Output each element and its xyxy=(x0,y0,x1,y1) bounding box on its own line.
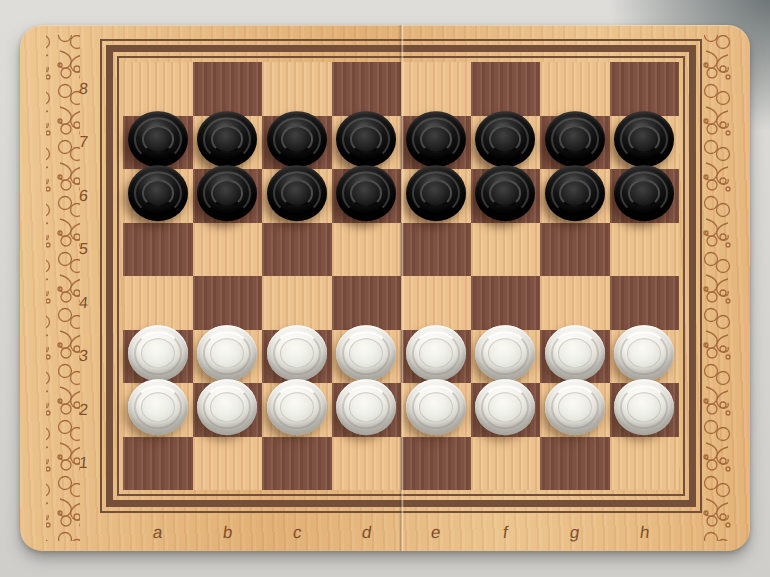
file-label-f: f xyxy=(501,523,509,543)
square-f8[interactable] xyxy=(471,62,541,116)
square-d2[interactable] xyxy=(332,383,402,437)
square-e3[interactable] xyxy=(401,330,471,384)
square-d5[interactable] xyxy=(332,223,402,277)
piece-black-d7[interactable] xyxy=(336,111,396,167)
square-h2[interactable] xyxy=(610,383,680,437)
square-c4[interactable] xyxy=(262,276,332,330)
piece-black-a6[interactable] xyxy=(128,165,188,221)
piece-white-c3[interactable] xyxy=(267,325,327,381)
square-c6[interactable] xyxy=(262,169,332,223)
square-b6[interactable] xyxy=(193,169,263,223)
square-h6[interactable] xyxy=(610,169,680,223)
square-g2[interactable] xyxy=(540,383,610,437)
square-b8[interactable] xyxy=(193,62,263,116)
piece-black-g7[interactable] xyxy=(545,111,605,167)
piece-white-a2[interactable] xyxy=(128,379,188,435)
square-b1[interactable] xyxy=(193,437,263,491)
piece-black-g6[interactable] xyxy=(545,165,605,221)
square-f5[interactable] xyxy=(471,223,541,277)
file-label-d: d xyxy=(360,523,372,543)
board-frame xyxy=(100,39,702,513)
square-g6[interactable] xyxy=(540,169,610,223)
square-a6[interactable] xyxy=(123,169,193,223)
piece-black-b7[interactable] xyxy=(197,111,257,167)
checkers-board: 87654321 abcdefgh xyxy=(20,25,750,551)
file-label-e: e xyxy=(430,523,442,543)
piece-black-e7[interactable] xyxy=(406,111,466,167)
file-label-a: a xyxy=(152,523,164,543)
square-e4[interactable] xyxy=(401,276,471,330)
square-d3[interactable] xyxy=(332,330,402,384)
photo-scene: 87654321 abcdefgh xyxy=(0,0,770,577)
square-c1[interactable] xyxy=(262,437,332,491)
square-b4[interactable] xyxy=(193,276,263,330)
rank-label-4: 4 xyxy=(78,294,93,312)
piece-white-h3[interactable] xyxy=(614,325,674,381)
piece-white-d2[interactable] xyxy=(336,379,396,435)
piece-black-f6[interactable] xyxy=(475,165,535,221)
piece-black-a7[interactable] xyxy=(128,111,188,167)
square-d6[interactable] xyxy=(332,169,402,223)
square-a2[interactable] xyxy=(123,383,193,437)
rank-label-6: 6 xyxy=(78,187,93,205)
file-label-c: c xyxy=(291,523,302,543)
square-e2[interactable] xyxy=(401,383,471,437)
square-f6[interactable] xyxy=(471,169,541,223)
square-a4[interactable] xyxy=(123,276,193,330)
square-a7[interactable] xyxy=(123,116,193,170)
piece-white-f3[interactable] xyxy=(475,325,535,381)
board-grid xyxy=(123,62,679,490)
square-e5[interactable] xyxy=(401,223,471,277)
square-b3[interactable] xyxy=(193,330,263,384)
square-h8[interactable] xyxy=(610,62,680,116)
piece-black-h7[interactable] xyxy=(614,111,674,167)
piece-black-c7[interactable] xyxy=(267,111,327,167)
piece-white-a3[interactable] xyxy=(128,325,188,381)
square-g3[interactable] xyxy=(540,330,610,384)
square-h3[interactable] xyxy=(610,330,680,384)
square-h4[interactable] xyxy=(610,276,680,330)
square-c2[interactable] xyxy=(262,383,332,437)
rank-label-8: 8 xyxy=(78,80,93,98)
file-label-g: g xyxy=(569,523,581,543)
piece-white-e3[interactable] xyxy=(406,325,466,381)
square-f2[interactable] xyxy=(471,383,541,437)
square-e7[interactable] xyxy=(401,116,471,170)
square-f3[interactable] xyxy=(471,330,541,384)
square-c5[interactable] xyxy=(262,223,332,277)
square-f7[interactable] xyxy=(471,116,541,170)
rank-label-2: 2 xyxy=(78,401,93,419)
square-e1[interactable] xyxy=(401,437,471,491)
square-g5[interactable] xyxy=(540,223,610,277)
piece-white-d3[interactable] xyxy=(336,325,396,381)
file-label-b: b xyxy=(221,523,233,543)
square-f1[interactable] xyxy=(471,437,541,491)
square-d4[interactable] xyxy=(332,276,402,330)
square-d8[interactable] xyxy=(332,62,402,116)
square-d1[interactable] xyxy=(332,437,402,491)
piece-black-c6[interactable] xyxy=(267,165,327,221)
square-h1[interactable] xyxy=(610,437,680,491)
square-b5[interactable] xyxy=(193,223,263,277)
piece-white-c2[interactable] xyxy=(267,379,327,435)
rank-label-7: 7 xyxy=(78,133,93,151)
rank-label-5: 5 xyxy=(78,240,93,258)
piece-black-d6[interactable] xyxy=(336,165,396,221)
piece-black-e6[interactable] xyxy=(406,165,466,221)
piece-black-h6[interactable] xyxy=(614,165,674,221)
square-g7[interactable] xyxy=(540,116,610,170)
piece-white-h2[interactable] xyxy=(614,379,674,435)
square-c3[interactable] xyxy=(262,330,332,384)
piece-white-g3[interactable] xyxy=(545,325,605,381)
square-a1[interactable] xyxy=(123,437,193,491)
piece-white-b2[interactable] xyxy=(197,379,257,435)
file-label-h: h xyxy=(638,523,650,543)
square-e6[interactable] xyxy=(401,169,471,223)
square-c8[interactable] xyxy=(262,62,332,116)
square-b7[interactable] xyxy=(193,116,263,170)
square-g1[interactable] xyxy=(540,437,610,491)
square-g4[interactable] xyxy=(540,276,610,330)
file-labels: abcdefgh xyxy=(123,519,679,547)
frame-thick-band xyxy=(106,45,696,507)
square-e8[interactable] xyxy=(401,62,471,116)
square-f4[interactable] xyxy=(471,276,541,330)
square-c7[interactable] xyxy=(262,116,332,170)
square-a8[interactable] xyxy=(123,62,193,116)
piece-white-g2[interactable] xyxy=(545,379,605,435)
piece-white-b3[interactable] xyxy=(197,325,257,381)
piece-black-b6[interactable] xyxy=(197,165,257,221)
rank-labels: 87654321 xyxy=(20,62,92,490)
square-b2[interactable] xyxy=(193,383,263,437)
rank-label-3: 3 xyxy=(78,347,93,365)
square-h7[interactable] xyxy=(610,116,680,170)
right-ornament-strip xyxy=(698,35,732,541)
square-d7[interactable] xyxy=(332,116,402,170)
rank-label-1: 1 xyxy=(78,454,93,472)
square-a5[interactable] xyxy=(123,223,193,277)
piece-white-f2[interactable] xyxy=(475,379,535,435)
frame-inner-line xyxy=(117,56,685,496)
square-h5[interactable] xyxy=(610,223,680,277)
piece-black-f7[interactable] xyxy=(475,111,535,167)
square-a3[interactable] xyxy=(123,330,193,384)
square-g8[interactable] xyxy=(540,62,610,116)
piece-white-e2[interactable] xyxy=(406,379,466,435)
